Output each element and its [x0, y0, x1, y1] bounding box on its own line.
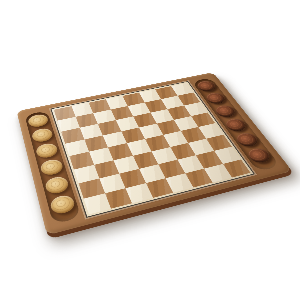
dark-checker[interactable]	[204, 91, 228, 105]
light-checker[interactable]	[27, 113, 49, 128]
light-checker[interactable]	[44, 175, 70, 195]
board-frame	[17, 72, 293, 235]
product-photo-scene	[0, 0, 300, 300]
light-checker[interactable]	[35, 142, 59, 160]
checkers-board	[17, 72, 293, 235]
light-checker[interactable]	[49, 194, 76, 216]
dark-checker[interactable]	[213, 104, 238, 119]
light-checker[interactable]	[31, 127, 54, 143]
dark-checker[interactable]	[233, 131, 260, 148]
dark-checker[interactable]	[245, 147, 274, 165]
dark-checker[interactable]	[223, 117, 249, 133]
light-checker[interactable]	[39, 158, 64, 177]
dark-checker[interactable]	[195, 80, 218, 93]
